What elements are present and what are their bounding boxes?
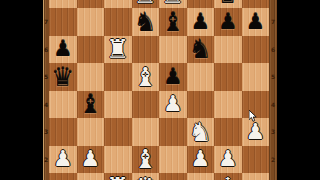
rank-label-3-left: 3 xyxy=(43,118,49,146)
square-a8[interactable] xyxy=(49,0,77,8)
piece-white-pawn-a2[interactable]: ♟ xyxy=(49,146,77,174)
square-d6[interactable] xyxy=(132,36,160,64)
piece-black-knight-f6[interactable]: ♞ xyxy=(187,36,215,64)
square-h5[interactable] xyxy=(242,63,270,91)
square-e1[interactable] xyxy=(159,173,187,180)
square-b3[interactable] xyxy=(77,118,105,146)
piece-black-queen-a5[interactable]: ♛ xyxy=(49,63,77,91)
square-b6[interactable] xyxy=(77,36,105,64)
piece-white-knight-f3[interactable]: ♞ xyxy=(187,118,215,146)
square-c2[interactable] xyxy=(104,146,132,174)
square-g6[interactable] xyxy=(214,36,242,64)
piece-white-pawn-b2[interactable]: ♟ xyxy=(77,146,105,174)
piece-white-bishop-d2[interactable]: ♝ xyxy=(132,146,160,174)
piece-white-bishop-d5[interactable]: ♝ xyxy=(132,63,160,91)
piece-black-pawn-h7[interactable]: ♟ xyxy=(242,8,270,36)
rank-label-5-right: 5 xyxy=(269,63,277,91)
square-b5[interactable] xyxy=(77,63,105,91)
piece-black-pawn-a6[interactable]: ♟ xyxy=(49,36,77,64)
square-f4[interactable] xyxy=(187,91,215,119)
square-c5[interactable] xyxy=(104,63,132,91)
square-a4[interactable] xyxy=(49,91,77,119)
chess-video-frame: 8877665544332211 ♜♜♚♞♝♟♟♟♟♜♞♛♝♟♝♟♞♟♟♟♝♟♟… xyxy=(0,0,320,180)
square-e6[interactable] xyxy=(159,36,187,64)
piece-white-pawn-g2[interactable]: ♟ xyxy=(214,146,242,174)
square-h8[interactable] xyxy=(242,0,270,8)
square-c4[interactable] xyxy=(104,91,132,119)
piece-white-rook-c1[interactable]: ♜ xyxy=(104,173,132,180)
rank-label-2-right: 2 xyxy=(269,146,277,174)
piece-white-rook-c6[interactable]: ♜ xyxy=(104,36,132,64)
rank-label-1-left: 1 xyxy=(43,173,49,180)
square-f1[interactable] xyxy=(187,173,215,180)
piece-black-pawn-f7[interactable]: ♟ xyxy=(187,8,215,36)
piece-black-pawn-g7[interactable]: ♟ xyxy=(214,8,242,36)
rank-label-6-right: 6 xyxy=(269,36,277,64)
square-e3[interactable] xyxy=(159,118,187,146)
square-g3[interactable] xyxy=(214,118,242,146)
square-d4[interactable] xyxy=(132,91,160,119)
square-a7[interactable] xyxy=(49,8,77,36)
square-f5[interactable] xyxy=(187,63,215,91)
rank-label-3-right: 3 xyxy=(269,118,277,146)
rank-label-1-right: 1 xyxy=(269,173,277,180)
square-g5[interactable] xyxy=(214,63,242,91)
piece-white-king-g1[interactable]: ♚ xyxy=(214,173,242,180)
square-h1[interactable] xyxy=(242,173,270,180)
square-f8[interactable] xyxy=(187,0,215,8)
square-c7[interactable] xyxy=(104,8,132,36)
piece-black-bishop-b4[interactable]: ♝ xyxy=(77,91,105,119)
rank-label-7-left: 7 xyxy=(43,8,49,36)
rank-label-7-right: 7 xyxy=(269,8,277,36)
rank-label-4-left: 4 xyxy=(43,91,49,119)
rank-label-4-right: 4 xyxy=(269,91,277,119)
piece-black-king-g8[interactable]: ♚ xyxy=(214,0,242,8)
rank-label-8-left: 8 xyxy=(43,0,49,8)
piece-white-pawn-e4[interactable]: ♟ xyxy=(159,91,187,119)
square-a1[interactable] xyxy=(49,173,77,180)
piece-black-bishop-e7[interactable]: ♝ xyxy=(159,8,187,36)
square-h2[interactable] xyxy=(242,146,270,174)
square-c8[interactable] xyxy=(104,0,132,8)
mouse-cursor-icon xyxy=(249,110,257,123)
square-g4[interactable] xyxy=(214,91,242,119)
square-h6[interactable] xyxy=(242,36,270,64)
square-a3[interactable] xyxy=(49,118,77,146)
rank-label-8-right: 8 xyxy=(269,0,277,8)
square-b8[interactable] xyxy=(77,0,105,8)
piece-black-pawn-e5[interactable]: ♟ xyxy=(159,63,187,91)
piece-black-knight-d7[interactable]: ♞ xyxy=(132,8,160,36)
square-d3[interactable] xyxy=(132,118,160,146)
square-b7[interactable] xyxy=(77,8,105,36)
piece-white-queen-d1[interactable]: ♛ xyxy=(132,173,160,180)
square-c3[interactable] xyxy=(104,118,132,146)
square-e2[interactable] xyxy=(159,146,187,174)
piece-white-pawn-f2[interactable]: ♟ xyxy=(187,146,215,174)
square-b1[interactable] xyxy=(77,173,105,180)
